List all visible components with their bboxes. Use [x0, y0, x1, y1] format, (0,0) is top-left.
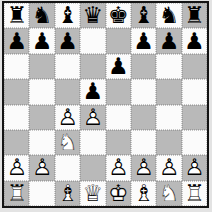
white-piece-outline-icon: ♖ — [182, 181, 207, 206]
black-pawn[interactable]: ♟ — [131, 28, 156, 53]
black-piece-glyph-icon: ♟ — [106, 54, 131, 79]
white-pawn[interactable]: ♟♙ — [80, 105, 105, 130]
square-d7[interactable] — [80, 28, 105, 53]
white-pawn[interactable]: ♟♙ — [182, 155, 207, 180]
white-piece-outline-icon: ♙ — [80, 105, 105, 130]
black-rook[interactable]: ♜ — [4, 3, 29, 28]
square-d2[interactable] — [80, 155, 105, 180]
black-pawn[interactable]: ♟ — [55, 28, 80, 53]
square-b5[interactable] — [29, 79, 54, 104]
square-f5[interactable] — [131, 79, 156, 104]
white-piece-outline-icon: ♗ — [55, 181, 80, 206]
black-piece-glyph-icon: ♜ — [4, 3, 29, 28]
square-c2[interactable] — [55, 155, 80, 180]
black-pawn[interactable]: ♟ — [29, 28, 54, 53]
square-c5[interactable] — [55, 79, 80, 104]
square-f7[interactable]: ♟ — [131, 28, 156, 53]
black-piece-glyph-icon: ♟ — [156, 28, 181, 53]
square-b6[interactable] — [29, 54, 54, 79]
white-piece-outline-icon: ♘ — [55, 130, 80, 155]
black-king[interactable]: ♚ — [106, 3, 131, 28]
white-knight[interactable]: ♞♘ — [55, 130, 80, 155]
black-piece-glyph-icon: ♞ — [156, 3, 181, 28]
black-bishop[interactable]: ♝ — [131, 3, 156, 28]
square-g6[interactable] — [156, 54, 181, 79]
white-piece-outline-icon: ♙ — [131, 155, 156, 180]
square-b7[interactable]: ♟ — [29, 28, 54, 53]
square-a3[interactable] — [4, 130, 29, 155]
black-piece-glyph-icon: ♝ — [131, 3, 156, 28]
square-d1[interactable]: ♛♕ — [80, 181, 105, 206]
white-piece-outline-icon: ♙ — [4, 155, 29, 180]
square-d8[interactable]: ♛ — [80, 3, 105, 28]
white-piece-outline-icon: ♙ — [55, 105, 80, 130]
white-knight[interactable]: ♞♘ — [156, 181, 181, 206]
black-piece-glyph-icon: ♟ — [55, 28, 80, 53]
white-pawn[interactable]: ♟♙ — [156, 155, 181, 180]
black-piece-glyph-icon: ♟ — [80, 79, 105, 104]
white-pawn[interactable]: ♟♙ — [55, 105, 80, 130]
black-pawn[interactable]: ♟ — [106, 54, 131, 79]
square-f6[interactable] — [131, 54, 156, 79]
black-piece-glyph-icon: ♟ — [4, 28, 29, 53]
square-a5[interactable] — [4, 79, 29, 104]
square-a7[interactable]: ♟ — [4, 28, 29, 53]
white-pawn[interactable]: ♟♙ — [29, 155, 54, 180]
white-piece-outline-icon: ♙ — [156, 155, 181, 180]
white-piece-outline-icon: ♙ — [106, 155, 131, 180]
square-b8[interactable]: ♞ — [29, 3, 54, 28]
white-piece-outline-icon: ♗ — [131, 181, 156, 206]
square-a8[interactable]: ♜ — [4, 3, 29, 28]
square-e3[interactable] — [106, 130, 131, 155]
square-g1[interactable]: ♞♘ — [156, 181, 181, 206]
black-piece-glyph-icon: ♟ — [182, 28, 207, 53]
square-h2[interactable]: ♟♙ — [182, 155, 207, 180]
black-piece-glyph-icon: ♚ — [106, 3, 131, 28]
square-h1[interactable]: ♜♖ — [182, 181, 207, 206]
black-piece-glyph-icon: ♞ — [29, 3, 54, 28]
square-g8[interactable]: ♞ — [156, 3, 181, 28]
square-f4[interactable] — [131, 105, 156, 130]
board-frame: ♜♞♝♛♚♝♞♜♟♟♟♟♟♟♟♟♟♙♟♙♞♘♟♙♟♙♟♙♟♙♟♙♟♙♜♖♝♗♛♕… — [0, 0, 212, 212]
white-piece-outline-icon: ♔ — [106, 181, 131, 206]
square-c3[interactable]: ♞♘ — [55, 130, 80, 155]
square-f1[interactable]: ♝♗ — [131, 181, 156, 206]
square-d6[interactable] — [80, 54, 105, 79]
black-rook[interactable]: ♜ — [182, 3, 207, 28]
square-e1[interactable]: ♚♔ — [106, 181, 131, 206]
square-g4[interactable] — [156, 105, 181, 130]
white-pawn[interactable]: ♟♙ — [106, 155, 131, 180]
black-pawn[interactable]: ♟ — [156, 28, 181, 53]
square-g7[interactable]: ♟ — [156, 28, 181, 53]
black-pawn[interactable]: ♟ — [80, 79, 105, 104]
white-pawn[interactable]: ♟♙ — [131, 155, 156, 180]
square-e2[interactable]: ♟♙ — [106, 155, 131, 180]
square-e5[interactable] — [106, 79, 131, 104]
black-knight[interactable]: ♞ — [29, 3, 54, 28]
square-a1[interactable]: ♜♖ — [4, 181, 29, 206]
black-pawn[interactable]: ♟ — [4, 28, 29, 53]
white-king[interactable]: ♚♔ — [106, 181, 131, 206]
black-piece-glyph-icon: ♛ — [80, 3, 105, 28]
black-pawn[interactable]: ♟ — [182, 28, 207, 53]
square-c8[interactable]: ♝ — [55, 3, 80, 28]
square-a4[interactable] — [4, 105, 29, 130]
white-pawn[interactable]: ♟♙ — [4, 155, 29, 180]
square-c6[interactable] — [55, 54, 80, 79]
square-e7[interactable] — [106, 28, 131, 53]
chess-board: ♜♞♝♛♚♝♞♜♟♟♟♟♟♟♟♟♟♙♟♙♞♘♟♙♟♙♟♙♟♙♟♙♟♙♜♖♝♗♛♕… — [2, 1, 209, 208]
square-h7[interactable]: ♟ — [182, 28, 207, 53]
square-e8[interactable]: ♚ — [106, 3, 131, 28]
square-b4[interactable] — [29, 105, 54, 130]
square-c1[interactable]: ♝♗ — [55, 181, 80, 206]
square-c4[interactable]: ♟♙ — [55, 105, 80, 130]
square-f8[interactable]: ♝ — [131, 3, 156, 28]
white-bishop[interactable]: ♝♗ — [55, 181, 80, 206]
black-bishop[interactable]: ♝ — [55, 3, 80, 28]
white-piece-outline-icon: ♙ — [29, 155, 54, 180]
square-h8[interactable]: ♜ — [182, 3, 207, 28]
square-a2[interactable]: ♟♙ — [4, 155, 29, 180]
square-f2[interactable]: ♟♙ — [131, 155, 156, 180]
square-g3[interactable] — [156, 130, 181, 155]
square-h6[interactable] — [182, 54, 207, 79]
square-c7[interactable]: ♟ — [55, 28, 80, 53]
black-queen[interactable]: ♛ — [80, 3, 105, 28]
black-piece-glyph-icon: ♟ — [131, 28, 156, 53]
square-a6[interactable] — [4, 54, 29, 79]
square-g5[interactable] — [156, 79, 181, 104]
black-piece-glyph-icon: ♜ — [182, 3, 207, 28]
white-piece-outline-icon: ♘ — [156, 181, 181, 206]
white-piece-outline-icon: ♙ — [182, 155, 207, 180]
square-b2[interactable]: ♟♙ — [29, 155, 54, 180]
square-e6[interactable]: ♟ — [106, 54, 131, 79]
square-h5[interactable] — [182, 79, 207, 104]
white-piece-outline-icon: ♕ — [80, 181, 105, 206]
white-queen[interactable]: ♛♕ — [80, 181, 105, 206]
black-piece-glyph-icon: ♟ — [29, 28, 54, 53]
black-piece-glyph-icon: ♝ — [55, 3, 80, 28]
square-h4[interactable] — [182, 105, 207, 130]
white-bishop[interactable]: ♝♗ — [131, 181, 156, 206]
white-rook[interactable]: ♜♖ — [4, 181, 29, 206]
square-h3[interactable] — [182, 130, 207, 155]
square-d3[interactable] — [80, 130, 105, 155]
square-d4[interactable]: ♟♙ — [80, 105, 105, 130]
square-e4[interactable] — [106, 105, 131, 130]
square-b3[interactable] — [29, 130, 54, 155]
white-rook[interactable]: ♜♖ — [182, 181, 207, 206]
black-knight[interactable]: ♞ — [156, 3, 181, 28]
square-g2[interactable]: ♟♙ — [156, 155, 181, 180]
square-d5[interactable]: ♟ — [80, 79, 105, 104]
white-piece-outline-icon: ♖ — [4, 181, 29, 206]
square-b1[interactable] — [29, 181, 54, 206]
square-f3[interactable] — [131, 130, 156, 155]
